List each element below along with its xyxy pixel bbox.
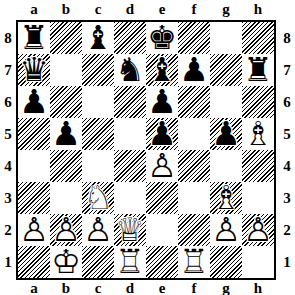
file-label-bottom-e: e bbox=[146, 280, 178, 295]
rank-label-right-6: 6 bbox=[280, 86, 294, 118]
piece-halo-a6: ♟ bbox=[18, 86, 50, 118]
square-h8[interactable] bbox=[242, 22, 274, 54]
rank-labels-left: 87654321 bbox=[1, 22, 15, 278]
rank-label-right-8: 8 bbox=[280, 22, 294, 54]
piece-white-queen-d2[interactable]: ♕ bbox=[114, 214, 146, 246]
file-label-bottom-d: d bbox=[114, 280, 146, 295]
piece-black-knight-d7[interactable]: ♞ bbox=[114, 54, 146, 86]
piece-white-knight-c3[interactable]: ♘ bbox=[82, 182, 114, 214]
piece-black-king-e8[interactable]: ♚ bbox=[146, 22, 178, 54]
rank-label-right-5: 5 bbox=[280, 118, 294, 150]
square-e6[interactable]: ♟♟ bbox=[146, 86, 178, 118]
square-d4[interactable] bbox=[114, 150, 146, 182]
square-c5[interactable] bbox=[82, 118, 114, 150]
square-c6[interactable] bbox=[82, 86, 114, 118]
piece-halo-h5: ♝ bbox=[242, 118, 274, 150]
piece-halo-c3: ♞ bbox=[82, 182, 114, 214]
piece-white-pawn-c2[interactable]: ♙ bbox=[82, 214, 114, 246]
rank-label-left-7: 7 bbox=[1, 54, 15, 86]
file-label-bottom-f: f bbox=[178, 280, 210, 295]
square-c1[interactable] bbox=[82, 246, 114, 278]
square-g1[interactable] bbox=[210, 246, 242, 278]
square-c3[interactable]: ♞♘ bbox=[82, 182, 114, 214]
rank-label-left-5: 5 bbox=[1, 118, 15, 150]
square-a1[interactable] bbox=[18, 246, 50, 278]
square-f1[interactable]: ♜♖ bbox=[178, 246, 210, 278]
rank-label-left-1: 1 bbox=[1, 246, 15, 278]
piece-black-pawn-f7[interactable]: ♟ bbox=[178, 54, 210, 86]
rank-label-left-6: 6 bbox=[1, 86, 15, 118]
square-d6[interactable] bbox=[114, 86, 146, 118]
piece-halo-c8: ♝ bbox=[82, 22, 114, 54]
square-e3[interactable] bbox=[146, 182, 178, 214]
piece-halo-b1: ♚ bbox=[50, 246, 82, 278]
piece-black-bishop-e7[interactable]: ♝ bbox=[146, 54, 178, 86]
piece-halo-g2: ♟ bbox=[210, 214, 242, 246]
square-g2[interactable]: ♟♙ bbox=[210, 214, 242, 246]
file-label-top-b: b bbox=[50, 1, 82, 18]
rank-label-left-4: 4 bbox=[1, 150, 15, 182]
piece-halo-e6: ♟ bbox=[146, 86, 178, 118]
file-label-bottom-c: c bbox=[82, 280, 114, 295]
piece-black-pawn-g5[interactable]: ♟ bbox=[210, 118, 242, 150]
square-b2[interactable]: ♟♙ bbox=[50, 214, 82, 246]
square-a8[interactable]: ♜♜ bbox=[18, 22, 50, 54]
piece-white-bishop-h5[interactable]: ♗ bbox=[242, 118, 274, 150]
piece-halo-a8: ♜ bbox=[18, 22, 50, 54]
square-h5[interactable]: ♝♗ bbox=[242, 118, 274, 150]
piece-white-pawn-a2[interactable]: ♙ bbox=[18, 214, 50, 246]
piece-halo-e8: ♚ bbox=[146, 22, 178, 54]
rank-label-left-2: 2 bbox=[1, 214, 15, 246]
piece-black-pawn-a6[interactable]: ♟ bbox=[18, 86, 50, 118]
square-b1[interactable]: ♚♔ bbox=[50, 246, 82, 278]
square-g5[interactable]: ♟♟ bbox=[210, 118, 242, 150]
square-h4[interactable] bbox=[242, 150, 274, 182]
square-g6[interactable] bbox=[210, 86, 242, 118]
chess-board: ♜♜♝♝♚♚♛♛♞♞♝♝♟♟♜♜♟♟♟♟♟♟♟♟♟♟♝♗♟♙♞♘♝♗♟♙♟♙♟♙… bbox=[16, 20, 276, 280]
piece-black-bishop-c8[interactable]: ♝ bbox=[82, 22, 114, 54]
file-label-top-f: f bbox=[178, 1, 210, 18]
square-h1[interactable] bbox=[242, 246, 274, 278]
square-f7[interactable]: ♟♟ bbox=[178, 54, 210, 86]
piece-halo-a7: ♛ bbox=[18, 54, 50, 86]
square-a2[interactable]: ♟♙ bbox=[18, 214, 50, 246]
piece-halo-e7: ♝ bbox=[146, 54, 178, 86]
piece-black-rook-h7[interactable]: ♜ bbox=[242, 54, 274, 86]
square-f4[interactable] bbox=[178, 150, 210, 182]
rank-label-left-8: 8 bbox=[1, 22, 15, 54]
square-e8[interactable]: ♚♚ bbox=[146, 22, 178, 54]
square-a7[interactable]: ♛♛ bbox=[18, 54, 50, 86]
square-e7[interactable]: ♝♝ bbox=[146, 54, 178, 86]
piece-halo-b2: ♟ bbox=[50, 214, 82, 246]
piece-black-rook-a8[interactable]: ♜ bbox=[18, 22, 50, 54]
square-a5[interactable] bbox=[18, 118, 50, 150]
file-label-top-h: h bbox=[242, 1, 274, 18]
square-e1[interactable] bbox=[146, 246, 178, 278]
file-label-top-d: d bbox=[114, 1, 146, 18]
piece-halo-b5: ♟ bbox=[50, 118, 82, 150]
rank-labels-right: 87654321 bbox=[280, 22, 294, 278]
piece-white-rook-d1[interactable]: ♖ bbox=[114, 246, 146, 278]
file-labels-top: abcdefgh bbox=[18, 1, 274, 18]
piece-halo-g3: ♝ bbox=[210, 182, 242, 214]
square-f8[interactable] bbox=[178, 22, 210, 54]
file-label-top-a: a bbox=[18, 1, 50, 18]
piece-black-queen-a7[interactable]: ♛ bbox=[18, 54, 50, 86]
chess-diagram: abcdefgh 87654321 ♜♜♝♝♚♚♛♛♞♞♝♝♟♟♜♜♟♟♟♟♟♟… bbox=[0, 0, 295, 295]
piece-white-pawn-h2[interactable]: ♙ bbox=[242, 214, 274, 246]
square-e2[interactable] bbox=[146, 214, 178, 246]
piece-halo-f7: ♟ bbox=[178, 54, 210, 86]
square-a3[interactable] bbox=[18, 182, 50, 214]
square-f2[interactable] bbox=[178, 214, 210, 246]
file-label-top-g: g bbox=[210, 1, 242, 18]
piece-halo-a2: ♟ bbox=[18, 214, 50, 246]
square-b4[interactable] bbox=[50, 150, 82, 182]
square-b7[interactable] bbox=[50, 54, 82, 86]
square-d8[interactable] bbox=[114, 22, 146, 54]
piece-halo-h2: ♟ bbox=[242, 214, 274, 246]
file-labels-bottom: abcdefgh bbox=[18, 280, 274, 295]
square-g8[interactable] bbox=[210, 22, 242, 54]
rank-label-right-4: 4 bbox=[280, 150, 294, 182]
square-h2[interactable]: ♟♙ bbox=[242, 214, 274, 246]
square-g4[interactable] bbox=[210, 150, 242, 182]
piece-black-pawn-e5[interactable]: ♟ bbox=[146, 118, 178, 150]
square-f6[interactable] bbox=[178, 86, 210, 118]
rank-label-left-3: 3 bbox=[1, 182, 15, 214]
square-a6[interactable]: ♟♟ bbox=[18, 86, 50, 118]
square-c4[interactable] bbox=[82, 150, 114, 182]
file-label-bottom-a: a bbox=[18, 280, 50, 295]
square-h6[interactable] bbox=[242, 86, 274, 118]
square-c7[interactable] bbox=[82, 54, 114, 86]
piece-white-pawn-g2[interactable]: ♙ bbox=[210, 214, 242, 246]
rank-label-right-2: 2 bbox=[280, 214, 294, 246]
square-d7[interactable]: ♞♞ bbox=[114, 54, 146, 86]
square-f3[interactable] bbox=[178, 182, 210, 214]
piece-halo-g5: ♟ bbox=[210, 118, 242, 150]
piece-halo-e4: ♟ bbox=[146, 150, 178, 182]
piece-halo-f1: ♜ bbox=[178, 246, 210, 278]
square-e4[interactable]: ♟♙ bbox=[146, 150, 178, 182]
piece-halo-d7: ♞ bbox=[114, 54, 146, 86]
square-b8[interactable] bbox=[50, 22, 82, 54]
piece-halo-h7: ♜ bbox=[242, 54, 274, 86]
rank-label-right-3: 3 bbox=[280, 182, 294, 214]
square-h3[interactable] bbox=[242, 182, 274, 214]
square-d5[interactable] bbox=[114, 118, 146, 150]
piece-halo-d2: ♛ bbox=[114, 214, 146, 246]
piece-black-pawn-b5[interactable]: ♟ bbox=[50, 118, 82, 150]
square-h7[interactable]: ♜♜ bbox=[242, 54, 274, 86]
square-b5[interactable]: ♟♟ bbox=[50, 118, 82, 150]
rank-label-right-1: 1 bbox=[280, 246, 294, 278]
piece-white-king-b1[interactable]: ♔ bbox=[50, 246, 82, 278]
piece-black-pawn-e6[interactable]: ♟ bbox=[146, 86, 178, 118]
piece-white-bishop-g3[interactable]: ♗ bbox=[210, 182, 242, 214]
piece-halo-e5: ♟ bbox=[146, 118, 178, 150]
square-b6[interactable] bbox=[50, 86, 82, 118]
piece-white-pawn-b2[interactable]: ♙ bbox=[50, 214, 82, 246]
file-label-bottom-b: b bbox=[50, 280, 82, 295]
square-g3[interactable]: ♝♗ bbox=[210, 182, 242, 214]
piece-halo-c2: ♟ bbox=[82, 214, 114, 246]
square-g7[interactable] bbox=[210, 54, 242, 86]
square-f5[interactable] bbox=[178, 118, 210, 150]
square-d2[interactable]: ♛♕ bbox=[114, 214, 146, 246]
file-label-bottom-h: h bbox=[242, 280, 274, 295]
rank-label-right-7: 7 bbox=[280, 54, 294, 86]
piece-halo-d1: ♜ bbox=[114, 246, 146, 278]
square-c8[interactable]: ♝♝ bbox=[82, 22, 114, 54]
square-a4[interactable] bbox=[18, 150, 50, 182]
file-label-top-e: e bbox=[146, 1, 178, 18]
square-e5[interactable]: ♟♟ bbox=[146, 118, 178, 150]
file-label-bottom-g: g bbox=[210, 280, 242, 295]
file-label-top-c: c bbox=[82, 1, 114, 18]
piece-white-rook-f1[interactable]: ♖ bbox=[178, 246, 210, 278]
square-b3[interactable] bbox=[50, 182, 82, 214]
piece-white-pawn-e4[interactable]: ♙ bbox=[146, 150, 178, 182]
square-d3[interactable] bbox=[114, 182, 146, 214]
square-c2[interactable]: ♟♙ bbox=[82, 214, 114, 246]
square-d1[interactable]: ♜♖ bbox=[114, 246, 146, 278]
